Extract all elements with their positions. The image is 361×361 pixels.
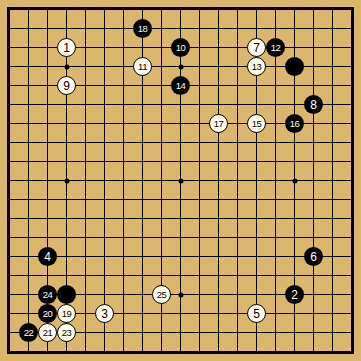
move-stone-white-23: 23 bbox=[57, 323, 76, 342]
go-diagram: 1234567891011121314151617181920212223242… bbox=[0, 0, 361, 361]
move-stone-white-25: 25 bbox=[152, 285, 171, 304]
move-number: 18 bbox=[138, 24, 148, 34]
handicap-stone-black bbox=[57, 285, 76, 304]
move-stone-black-8: 8 bbox=[304, 95, 323, 114]
move-number: 2 bbox=[291, 289, 298, 301]
move-number: 25 bbox=[157, 290, 167, 300]
move-number: 9 bbox=[63, 80, 70, 92]
move-stone-white-21: 21 bbox=[38, 323, 57, 342]
move-stone-white-19: 19 bbox=[57, 304, 76, 323]
move-stone-white-5: 5 bbox=[247, 304, 266, 323]
move-number: 23 bbox=[62, 328, 72, 338]
move-number: 16 bbox=[290, 119, 300, 129]
move-stone-black-24: 24 bbox=[38, 285, 57, 304]
move-number: 3 bbox=[101, 308, 108, 320]
move-number: 20 bbox=[43, 309, 53, 319]
go-board[interactable]: 1234567891011121314151617181920212223242… bbox=[0, 0, 361, 361]
move-stone-white-15: 15 bbox=[247, 114, 266, 133]
move-number: 12 bbox=[271, 43, 281, 53]
move-stone-black-2: 2 bbox=[285, 285, 304, 304]
handicap-stone-black bbox=[285, 57, 304, 76]
move-number: 24 bbox=[43, 290, 53, 300]
move-number: 21 bbox=[43, 328, 53, 338]
move-number: 6 bbox=[310, 251, 317, 263]
move-stone-white-7: 7 bbox=[247, 38, 266, 57]
move-stone-white-17: 17 bbox=[209, 114, 228, 133]
move-stone-black-6: 6 bbox=[304, 247, 323, 266]
move-number: 1 bbox=[63, 42, 70, 54]
move-stone-black-4: 4 bbox=[38, 247, 57, 266]
move-stone-white-1: 1 bbox=[57, 38, 76, 57]
move-number: 15 bbox=[252, 119, 262, 129]
move-stone-black-14: 14 bbox=[171, 76, 190, 95]
move-number: 14 bbox=[176, 81, 186, 91]
move-stone-black-18: 18 bbox=[133, 19, 152, 38]
move-stone-white-9: 9 bbox=[57, 76, 76, 95]
move-number: 7 bbox=[253, 42, 260, 54]
move-number: 10 bbox=[176, 43, 186, 53]
move-number: 5 bbox=[253, 308, 260, 320]
move-number: 19 bbox=[62, 309, 72, 319]
move-stone-black-10: 10 bbox=[171, 38, 190, 57]
move-stone-black-22: 22 bbox=[19, 323, 38, 342]
move-stone-white-13: 13 bbox=[247, 57, 266, 76]
move-stone-black-20: 20 bbox=[38, 304, 57, 323]
move-number: 22 bbox=[24, 328, 34, 338]
move-stone-white-3: 3 bbox=[95, 304, 114, 323]
move-stone-black-12: 12 bbox=[266, 38, 285, 57]
move-number: 13 bbox=[252, 62, 262, 72]
move-number: 4 bbox=[44, 251, 51, 263]
move-stone-black-16: 16 bbox=[285, 114, 304, 133]
move-number: 11 bbox=[138, 62, 147, 72]
move-stone-white-11: 11 bbox=[133, 57, 152, 76]
move-number: 8 bbox=[310, 99, 317, 111]
move-number: 17 bbox=[214, 119, 224, 129]
